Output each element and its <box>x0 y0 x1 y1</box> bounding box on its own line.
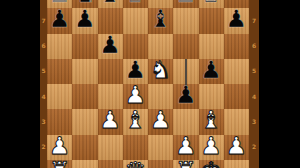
rank-label-left-7: 7 <box>39 17 48 25</box>
square-h2[interactable]: ♟ <box>224 135 249 160</box>
square-b4[interactable] <box>72 84 97 109</box>
square-a5[interactable] <box>47 59 72 84</box>
white-bishop-g3[interactable]: ♝ <box>200 108 222 133</box>
square-a7[interactable]: ♟ <box>47 8 72 33</box>
chess-app-screen: ♜♞♝♛♜♚♟♟♝♟♟♟♞♟♟♟♟♝♟♝♟♟♟♟♜♛♜♚ 77665544332… <box>0 0 300 168</box>
square-c8[interactable]: ♝ <box>98 0 123 8</box>
black-pawn-h7[interactable]: ♟ <box>226 7 248 32</box>
square-g7[interactable] <box>199 8 224 33</box>
white-pawn-c3[interactable]: ♟ <box>99 108 121 133</box>
square-c6[interactable]: ♟ <box>98 34 123 59</box>
square-a6[interactable] <box>47 34 72 59</box>
rank-label-right-6: 6 <box>250 42 259 50</box>
rank-label-right-3: 3 <box>250 118 259 126</box>
square-e1[interactable] <box>148 160 173 168</box>
square-b2[interactable] <box>72 135 97 160</box>
white-rook-f1[interactable]: ♜ <box>175 159 197 168</box>
square-a1[interactable]: ♜ <box>47 160 72 168</box>
chessboard: ♜♞♝♛♜♚♟♟♝♟♟♟♞♟♟♟♟♝♟♝♟♟♟♟♜♛♜♚ <box>47 0 249 168</box>
square-g8[interactable]: ♚ <box>199 0 224 8</box>
square-c1[interactable] <box>98 160 123 168</box>
white-knight-e5[interactable]: ♞ <box>150 58 172 83</box>
square-e7[interactable]: ♝ <box>148 8 173 33</box>
black-pawn-f4[interactable]: ♟ <box>175 83 197 108</box>
white-bishop-d3[interactable]: ♝ <box>125 108 147 133</box>
square-d3[interactable]: ♝ <box>123 109 148 134</box>
black-queen-d8[interactable]: ♛ <box>125 0 147 7</box>
square-f8[interactable]: ♜ <box>173 0 198 8</box>
square-b1[interactable] <box>72 160 97 168</box>
black-bishop-e7[interactable]: ♝ <box>150 7 172 32</box>
square-e5[interactable]: ♞ <box>148 59 173 84</box>
square-f4[interactable]: ♟ <box>173 84 198 109</box>
white-rook-a1[interactable]: ♜ <box>49 159 71 168</box>
square-f1[interactable]: ♜ <box>173 160 198 168</box>
square-g1[interactable]: ♚ <box>199 160 224 168</box>
square-e2[interactable] <box>148 135 173 160</box>
rank-label-left-4: 4 <box>39 93 48 101</box>
white-pawn-d4[interactable]: ♟ <box>125 83 147 108</box>
square-d7[interactable] <box>123 8 148 33</box>
square-f7[interactable] <box>173 8 198 33</box>
square-d8[interactable]: ♛ <box>123 0 148 8</box>
square-b5[interactable] <box>72 59 97 84</box>
square-e3[interactable]: ♟ <box>148 109 173 134</box>
black-pawn-b7[interactable]: ♟ <box>74 7 96 32</box>
black-bishop-c8[interactable]: ♝ <box>99 0 121 7</box>
square-g5[interactable]: ♟ <box>199 59 224 84</box>
square-d1[interactable]: ♛ <box>123 160 148 168</box>
rank-label-left-2: 2 <box>39 143 48 151</box>
white-pawn-e3[interactable]: ♟ <box>150 108 172 133</box>
rank-label-right-2: 2 <box>250 143 259 151</box>
black-pawn-c6[interactable]: ♟ <box>99 33 121 58</box>
black-pawn-a7[interactable]: ♟ <box>49 7 71 32</box>
square-b3[interactable] <box>72 109 97 134</box>
black-pawn-g5[interactable]: ♟ <box>200 58 222 83</box>
white-pawn-g2[interactable]: ♟ <box>200 134 222 159</box>
rank-label-right-5: 5 <box>250 67 259 75</box>
white-pawn-a2[interactable]: ♟ <box>49 134 71 159</box>
square-h6[interactable] <box>224 34 249 59</box>
square-h7[interactable]: ♟ <box>224 8 249 33</box>
white-pawn-h2[interactable]: ♟ <box>226 134 248 159</box>
white-pawn-f2[interactable]: ♟ <box>175 134 197 159</box>
square-a4[interactable] <box>47 84 72 109</box>
square-c2[interactable] <box>98 135 123 160</box>
rank-label-right-4: 4 <box>250 93 259 101</box>
rank-label-left-6: 6 <box>39 42 48 50</box>
square-f6[interactable] <box>173 34 198 59</box>
square-h5[interactable] <box>224 59 249 84</box>
black-pawn-d5[interactable]: ♟ <box>125 58 147 83</box>
square-h1[interactable] <box>224 160 249 168</box>
rank-label-left-3: 3 <box>39 118 48 126</box>
square-h4[interactable] <box>224 84 249 109</box>
square-c3[interactable]: ♟ <box>98 109 123 134</box>
white-queen-d1[interactable]: ♛ <box>125 159 147 168</box>
square-b6[interactable] <box>72 34 97 59</box>
square-b7[interactable]: ♟ <box>72 8 97 33</box>
rank-label-left-5: 5 <box>39 67 48 75</box>
black-king-g8[interactable]: ♚ <box>200 0 222 7</box>
white-king-g1[interactable]: ♚ <box>200 159 222 168</box>
black-rook-f8[interactable]: ♜ <box>175 0 197 7</box>
rank-label-right-7: 7 <box>250 17 259 25</box>
square-c5[interactable] <box>98 59 123 84</box>
